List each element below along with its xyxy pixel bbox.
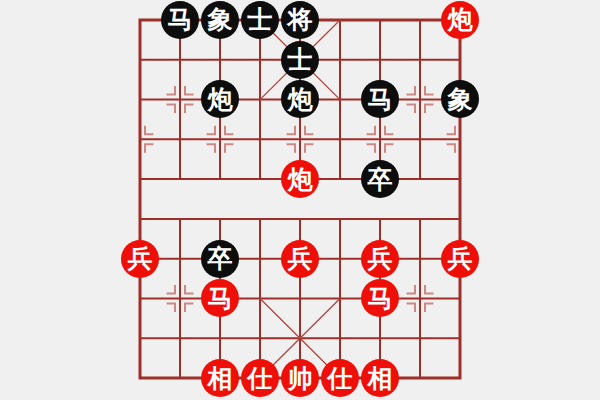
black-general[interactable]: 将 — [281, 1, 319, 39]
red-cannon[interactable]: 炮 — [441, 1, 479, 39]
black-horse[interactable]: 马 — [161, 1, 199, 39]
red-cannon[interactable]: 炮 — [281, 160, 319, 198]
black-elephant[interactable]: 象 — [201, 1, 239, 39]
red-horse[interactable]: 马 — [201, 279, 239, 317]
black-elephant[interactable]: 象 — [441, 80, 479, 118]
black-advisor[interactable]: 士 — [241, 1, 279, 39]
red-elephant[interactable]: 相 — [361, 359, 399, 397]
red-advisor[interactable]: 仕 — [241, 359, 279, 397]
black-soldier[interactable]: 卒 — [201, 240, 239, 278]
red-soldier[interactable]: 兵 — [361, 240, 399, 278]
xiangqi-screenshot: 马象士将炮士炮炮马象炮卒兵卒兵兵兵马马相仕帅仕相 — [0, 0, 600, 400]
black-cannon[interactable]: 炮 — [201, 80, 239, 118]
red-advisor[interactable]: 仕 — [321, 359, 359, 397]
red-soldier[interactable]: 兵 — [121, 240, 159, 278]
black-soldier[interactable]: 卒 — [361, 160, 399, 198]
red-horse[interactable]: 马 — [361, 279, 399, 317]
red-general[interactable]: 帅 — [281, 359, 319, 397]
red-soldier[interactable]: 兵 — [441, 240, 479, 278]
red-soldier[interactable]: 兵 — [281, 240, 319, 278]
black-cannon[interactable]: 炮 — [281, 80, 319, 118]
black-horse[interactable]: 马 — [361, 80, 399, 118]
xiangqi-board[interactable]: 马象士将炮士炮炮马象炮卒兵卒兵兵兵马马相仕帅仕相 — [120, 0, 480, 398]
red-elephant[interactable]: 相 — [201, 359, 239, 397]
black-advisor[interactable]: 士 — [281, 41, 319, 79]
